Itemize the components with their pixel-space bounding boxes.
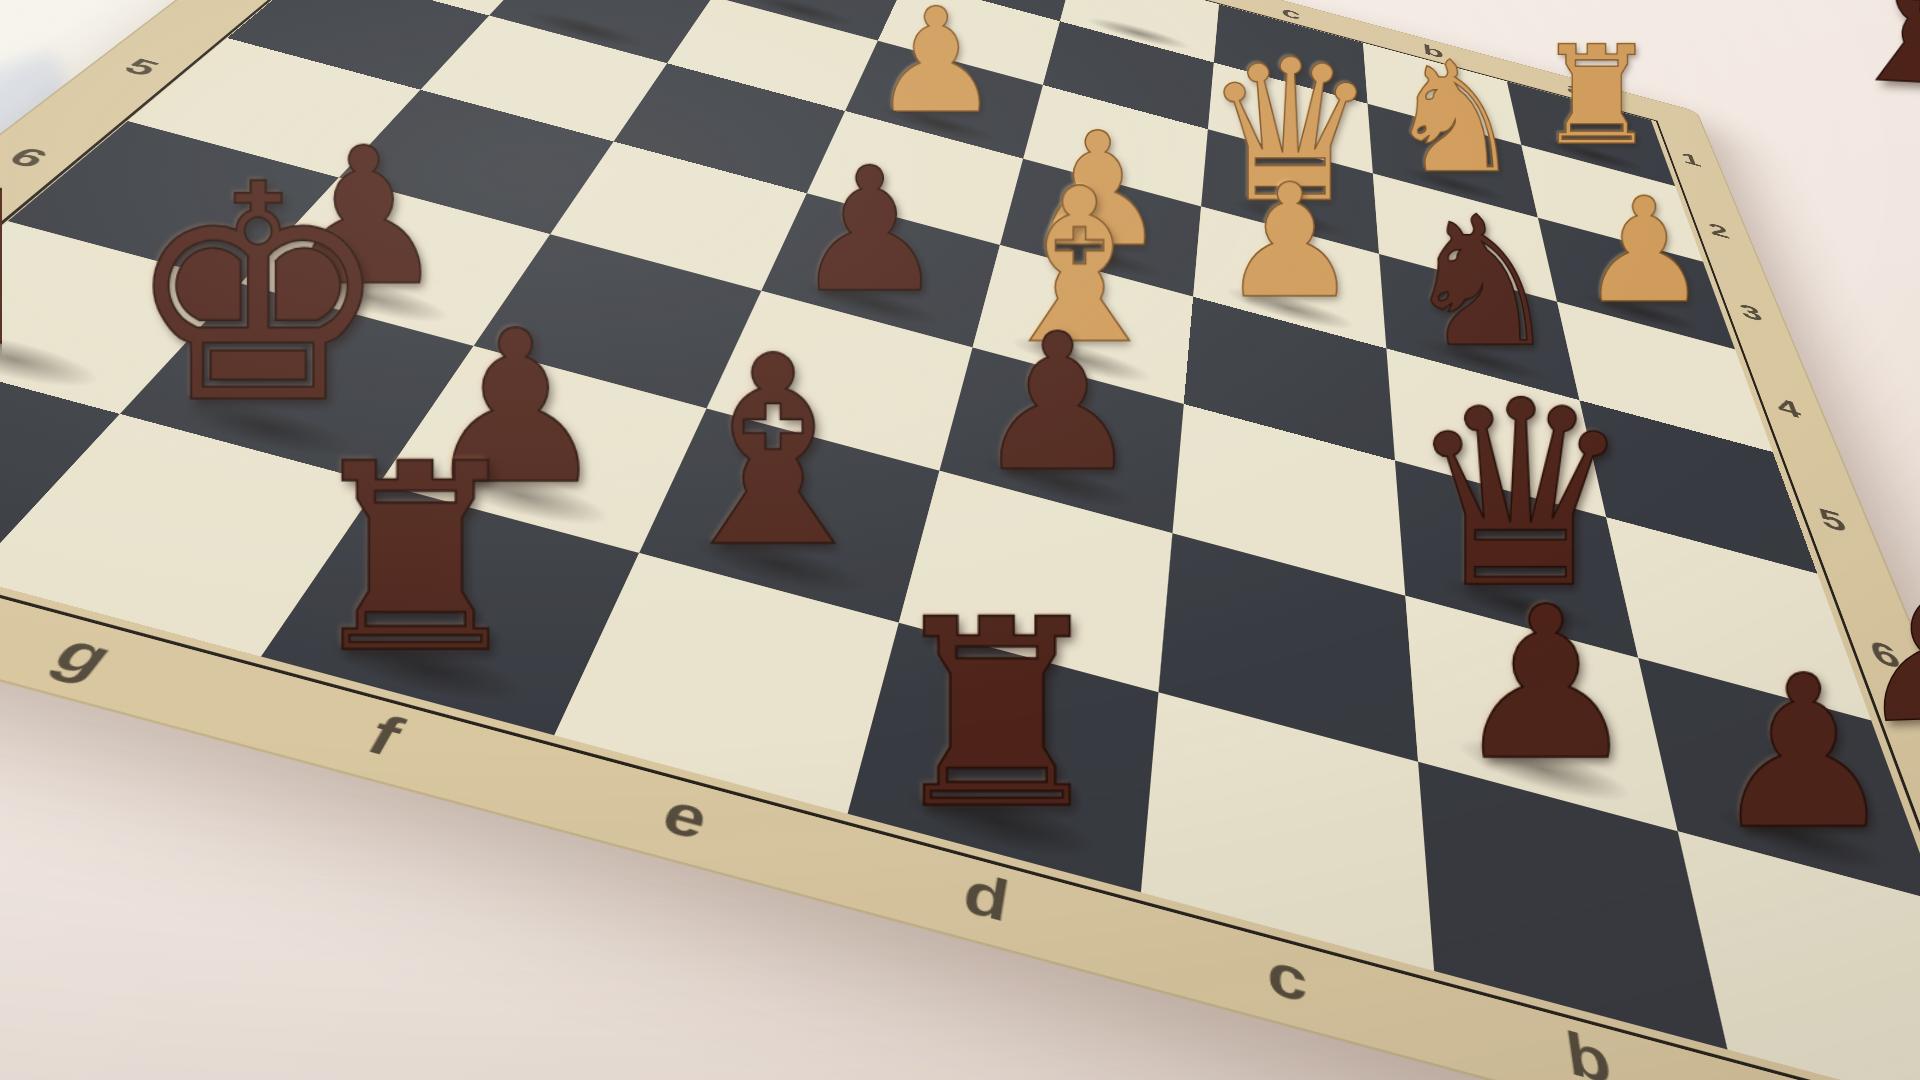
white-rook-a1: ♜	[1536, 31, 1658, 160]
black-pawn-b7: ♟	[1451, 583, 1640, 783]
black-pawn-d6: ♟	[973, 313, 1143, 493]
chessboard-mat: hgfedcba1♜♜12♟♟♞23♟♟♛♟34♟♟♞45♟♝56♟♟♛67♟♚…	[0, 0, 1920, 1080]
black-king-g7: ♚	[124, 155, 392, 439]
white-pawn-c4: ♟	[1219, 166, 1360, 315]
square-a3: ♟	[1538, 218, 1735, 350]
photo-scene: hgfedcba1♜♜12♟♟♞23♟♟♛♟34♟♟♞45♟♝56♟♟♛67♟♚…	[0, 0, 1920, 1080]
square-c4: ♟	[1193, 206, 1386, 348]
black-pawn-e5: ♟	[793, 148, 947, 311]
black-pawn-h7: ♟	[0, 169, 95, 369]
board-3d-tilt: hgfedcba1♜♜12♟♟♞23♟♟♛♟34♟♟♞45♟♝56♟♟♛67♟♚…	[0, 0, 1920, 1080]
black-rook-d8: ♜	[881, 592, 1113, 838]
black-knight-b4: ♞	[1402, 197, 1562, 367]
white-knight-b2: ♞	[1386, 45, 1523, 190]
black-rook-f8: ♜	[300, 436, 532, 682]
captured-piece-top-right: ♝	[1833, 0, 1920, 112]
white-pawn-e3: ♟	[871, 0, 1001, 129]
rank-label-4-right: 4	[1735, 349, 1846, 471]
black-bishop-e7: ♝	[656, 328, 890, 576]
captured-piece-right-edge: ♟	[1849, 547, 1920, 748]
white-pawn-a3: ♟	[1579, 182, 1709, 320]
